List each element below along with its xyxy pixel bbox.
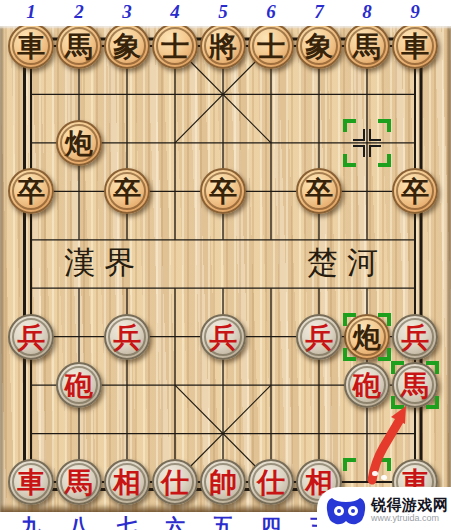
piece-black-soldier[interactable]: 卒 (392, 168, 438, 214)
piece-red-soldier[interactable]: 兵 (296, 314, 342, 360)
file-label-top: 2 (67, 1, 91, 23)
piece-black-horse[interactable]: 馬 (344, 23, 390, 69)
piece-black-horse[interactable]: 馬 (56, 23, 102, 69)
piece-black-cannon[interactable]: 炮 (56, 120, 102, 166)
file-label-top: 9 (403, 1, 427, 23)
piece-black-general[interactable]: 將 (200, 23, 246, 69)
piece-black-soldier[interactable]: 卒 (104, 168, 150, 214)
piece-red-soldier[interactable]: 兵 (104, 314, 150, 360)
file-label-top: 6 (259, 1, 283, 23)
piece-red-elephant[interactable]: 相 (104, 459, 150, 505)
piece-red-horse[interactable]: 馬 (56, 459, 102, 505)
piece-black-chariot[interactable]: 車 (8, 23, 54, 69)
file-label-bottom: 七 (115, 513, 139, 530)
piece-black-advisor[interactable]: 士 (152, 23, 198, 69)
piece-red-soldier[interactable]: 兵 (8, 314, 54, 360)
file-label-top: 1 (19, 1, 43, 23)
file-label-top: 3 (115, 1, 139, 23)
piece-red-advisor[interactable]: 仕 (152, 459, 198, 505)
file-label-bottom: 六 (163, 513, 187, 530)
river-text-han-jie: 漢界 (64, 245, 144, 281)
watermark-badge: 锐得游戏网 www.ytruida.com (317, 487, 451, 530)
file-label-bottom: 八 (67, 513, 91, 530)
piece-black-advisor[interactable]: 士 (248, 23, 294, 69)
piece-black-cannon[interactable]: 炮 (344, 314, 390, 360)
watermark-site-url: www.ytruida.com (371, 514, 449, 523)
file-label-top: 4 (163, 1, 187, 23)
piece-red-chariot[interactable]: 車 (8, 459, 54, 505)
piece-black-soldier[interactable]: 卒 (8, 168, 54, 214)
decorative-dot (372, 471, 378, 476)
file-label-bottom: 四 (259, 513, 283, 530)
piece-red-soldier[interactable]: 兵 (200, 314, 246, 360)
piece-red-horse[interactable]: 馬 (392, 362, 438, 408)
file-label-bottom: 五 (211, 513, 235, 530)
file-label-top: 7 (307, 1, 331, 23)
piece-black-chariot[interactable]: 車 (392, 23, 438, 69)
piece-black-elephant[interactable]: 象 (296, 23, 342, 69)
piece-red-advisor[interactable]: 仕 (248, 459, 294, 505)
piece-red-soldier[interactable]: 兵 (392, 314, 438, 360)
watermark-logo-icon (326, 496, 366, 526)
xiangqi-board-screenshot: 漢界 楚河 123456789 九八七六五四三二一 車馬象士將士象馬車炮卒卒卒卒… (0, 0, 451, 530)
top-file-labels: 123456789 (0, 0, 451, 26)
watermark-site-name: 锐得游戏网 (371, 497, 449, 512)
piece-red-cannon[interactable]: 砲 (344, 362, 390, 408)
file-label-bottom: 九 (19, 513, 43, 530)
piece-red-general[interactable]: 帥 (200, 459, 246, 505)
piece-black-soldier[interactable]: 卒 (296, 168, 342, 214)
river-text-chu-he: 楚河 (307, 245, 387, 281)
piece-black-soldier[interactable]: 卒 (200, 168, 246, 214)
piece-black-elephant[interactable]: 象 (104, 23, 150, 69)
file-label-top: 8 (355, 1, 379, 23)
piece-red-cannon[interactable]: 砲 (56, 362, 102, 408)
file-label-top: 5 (211, 1, 235, 23)
decorative-dot (381, 475, 387, 480)
